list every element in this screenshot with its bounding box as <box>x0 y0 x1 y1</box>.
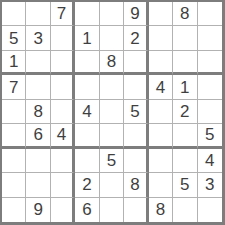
cell-r7c4[interactable] <box>75 149 99 173</box>
cell-r6c8[interactable] <box>173 124 197 148</box>
cell-r1c7[interactable] <box>149 2 173 26</box>
cell-r6c9[interactable]: 5 <box>198 124 222 148</box>
cell-r4c2[interactable] <box>26 75 50 99</box>
cell-r3c2[interactable] <box>26 51 50 75</box>
cell-r8c4[interactable]: 2 <box>75 173 99 197</box>
cell-r4c4[interactable] <box>75 75 99 99</box>
cell-r2c8[interactable] <box>173 26 197 50</box>
cell-r7c3[interactable] <box>51 149 75 173</box>
cell-r3c4[interactable] <box>75 51 99 75</box>
cell-r4c5[interactable] <box>100 75 124 99</box>
cell-r9c9[interactable] <box>198 198 222 222</box>
cell-r5c2[interactable]: 8 <box>26 100 50 124</box>
cell-r2c1[interactable]: 5 <box>2 26 26 50</box>
cell-r5c3[interactable] <box>51 100 75 124</box>
cell-r6c4[interactable] <box>75 124 99 148</box>
cell-r9c2[interactable]: 9 <box>26 198 50 222</box>
cell-r7c5[interactable]: 5 <box>100 149 124 173</box>
cell-r9c8[interactable] <box>173 198 197 222</box>
cell-r4c7[interactable]: 4 <box>149 75 173 99</box>
cell-r3c9[interactable] <box>198 51 222 75</box>
cell-r9c6[interactable] <box>124 198 148 222</box>
cell-r4c1[interactable]: 7 <box>2 75 26 99</box>
cell-r9c7[interactable]: 8 <box>149 198 173 222</box>
cell-r1c5[interactable] <box>100 2 124 26</box>
cell-r7c8[interactable] <box>173 149 197 173</box>
cell-r2c9[interactable] <box>198 26 222 50</box>
cell-r7c7[interactable] <box>149 149 173 173</box>
cell-r6c2[interactable]: 6 <box>26 124 50 148</box>
cell-r7c9[interactable]: 4 <box>198 149 222 173</box>
sudoku-board: 7985312187418452645542853968 <box>0 0 225 225</box>
cell-r9c3[interactable] <box>51 198 75 222</box>
cell-r8c8[interactable]: 5 <box>173 173 197 197</box>
cell-r5c1[interactable] <box>2 100 26 124</box>
cell-r8c2[interactable] <box>26 173 50 197</box>
cell-r3c6[interactable] <box>124 51 148 75</box>
cell-r2c5[interactable] <box>100 26 124 50</box>
cell-r4c3[interactable] <box>51 75 75 99</box>
cell-r8c5[interactable] <box>100 173 124 197</box>
cell-r5c7[interactable] <box>149 100 173 124</box>
cell-r3c3[interactable] <box>51 51 75 75</box>
cell-r8c9[interactable]: 3 <box>198 173 222 197</box>
cell-r9c1[interactable] <box>2 198 26 222</box>
cell-r8c7[interactable] <box>149 173 173 197</box>
cell-r2c4[interactable]: 1 <box>75 26 99 50</box>
cell-r1c2[interactable] <box>26 2 50 26</box>
cell-r6c6[interactable] <box>124 124 148 148</box>
cell-r1c1[interactable] <box>2 2 26 26</box>
cell-r4c8[interactable]: 1 <box>173 75 197 99</box>
cell-r1c9[interactable] <box>198 2 222 26</box>
cell-r5c4[interactable]: 4 <box>75 100 99 124</box>
cell-r9c5[interactable] <box>100 198 124 222</box>
cell-r1c8[interactable]: 8 <box>173 2 197 26</box>
cell-r1c3[interactable]: 7 <box>51 2 75 26</box>
cell-r7c6[interactable] <box>124 149 148 173</box>
cell-r1c4[interactable] <box>75 2 99 26</box>
cell-r7c2[interactable] <box>26 149 50 173</box>
cell-r6c3[interactable]: 4 <box>51 124 75 148</box>
cell-r5c9[interactable] <box>198 100 222 124</box>
cell-r2c7[interactable] <box>149 26 173 50</box>
cell-r5c5[interactable] <box>100 100 124 124</box>
cell-r2c6[interactable]: 2 <box>124 26 148 50</box>
cell-r3c1[interactable]: 1 <box>2 51 26 75</box>
cell-r9c4[interactable]: 6 <box>75 198 99 222</box>
cell-r2c3[interactable] <box>51 26 75 50</box>
cell-r1c6[interactable]: 9 <box>124 2 148 26</box>
cell-r8c1[interactable] <box>2 173 26 197</box>
cell-r5c6[interactable]: 5 <box>124 100 148 124</box>
cell-r3c5[interactable]: 8 <box>100 51 124 75</box>
cell-r6c7[interactable] <box>149 124 173 148</box>
cell-r3c7[interactable] <box>149 51 173 75</box>
cell-r5c8[interactable]: 2 <box>173 100 197 124</box>
cell-r4c9[interactable] <box>198 75 222 99</box>
cell-r3c8[interactable] <box>173 51 197 75</box>
cell-r6c5[interactable] <box>100 124 124 148</box>
cell-r8c6[interactable]: 8 <box>124 173 148 197</box>
cell-r6c1[interactable] <box>2 124 26 148</box>
cell-r8c3[interactable] <box>51 173 75 197</box>
cell-r7c1[interactable] <box>2 149 26 173</box>
cell-r4c6[interactable] <box>124 75 148 99</box>
cell-r2c2[interactable]: 3 <box>26 26 50 50</box>
